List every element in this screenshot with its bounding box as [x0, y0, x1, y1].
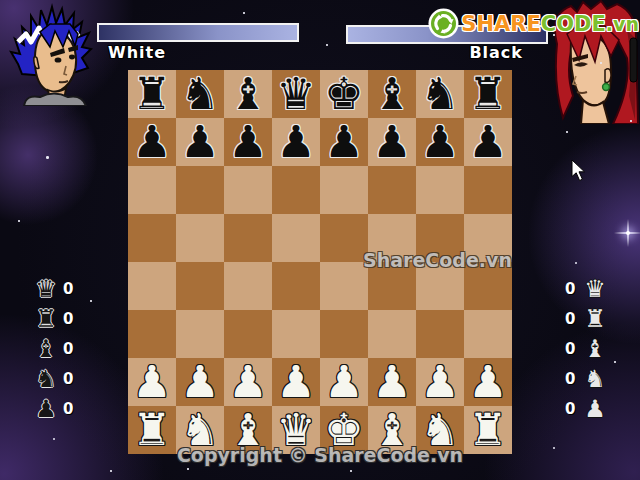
board-square[interactable] [272, 310, 320, 358]
captured-row: 0♛ [565, 274, 609, 304]
captured-count: 0 [565, 400, 577, 418]
piece-black-pawn[interactable]: ♟ [420, 118, 459, 166]
background-star [110, 470, 112, 472]
captured-row: ♟0 [32, 394, 73, 424]
bishop-icon: ♝ [32, 335, 60, 363]
piece-black-queen[interactable]: ♛ [276, 70, 315, 118]
captured-count: 0 [63, 400, 73, 418]
captured-row: 0♝ [565, 334, 609, 364]
white-player-label: White [108, 43, 166, 62]
captured-count: 0 [63, 340, 73, 358]
board-square[interactable] [416, 310, 464, 358]
background-star [53, 438, 55, 440]
board-square[interactable]: ♟ [464, 118, 512, 166]
captured-row: ♞0 [32, 364, 73, 394]
board-square[interactable] [320, 214, 368, 262]
board-square[interactable]: ♟ [320, 118, 368, 166]
captured-count: 0 [565, 310, 577, 328]
board-square[interactable] [368, 310, 416, 358]
captured-count: 0 [565, 280, 577, 298]
piece-black-pawn[interactable]: ♟ [468, 118, 507, 166]
board-square[interactable]: ♟ [272, 358, 320, 406]
background-star [90, 300, 92, 302]
board-square[interactable] [272, 262, 320, 310]
captured-count: 0 [63, 280, 73, 298]
background-star [600, 62, 602, 64]
board-square[interactable]: ♜ [464, 70, 512, 118]
game-stage: White Black SHARECODE.vn ♜♞♝♛♚♝♞♜♟♟♟♟♟♟♟… [0, 0, 640, 480]
captured-row: ♛0 [32, 274, 73, 304]
background-star [46, 156, 49, 159]
knight-icon: ♞ [32, 365, 60, 393]
piece-black-rook[interactable]: ♜ [468, 70, 507, 118]
piece-black-bishop[interactable]: ♝ [228, 70, 267, 118]
board-square[interactable]: ♟ [128, 358, 176, 406]
captured-count: 0 [565, 340, 577, 358]
board-square[interactable] [368, 166, 416, 214]
mouse-cursor-icon [571, 159, 587, 182]
board-square[interactable]: ♟ [272, 118, 320, 166]
piece-black-pawn[interactable]: ♟ [180, 118, 219, 166]
board-square[interactable] [128, 166, 176, 214]
recycle-circle-icon [428, 8, 459, 39]
board-square[interactable] [272, 166, 320, 214]
pawn-icon: ♟ [32, 395, 60, 423]
piece-black-pawn[interactable]: ♟ [372, 118, 411, 166]
captured-tray-right: 0♛0♜0♝0♞0♟ [565, 274, 609, 424]
board-square[interactable] [224, 262, 272, 310]
board-square[interactable]: ♟ [224, 118, 272, 166]
background-star [614, 361, 616, 363]
board-square[interactable]: ♞ [416, 70, 464, 118]
background-star [575, 262, 577, 264]
board-square[interactable] [464, 166, 512, 214]
board-square[interactable]: ♟ [176, 118, 224, 166]
sharecode-logo: SHARECODE.vn [428, 8, 639, 39]
logo-text-share: SHARE [461, 12, 540, 36]
board-square[interactable]: ♟ [464, 358, 512, 406]
board-square[interactable] [128, 214, 176, 262]
board-square[interactable] [320, 310, 368, 358]
background-star [630, 120, 632, 122]
piece-black-knight[interactable]: ♞ [420, 70, 459, 118]
board-square[interactable] [224, 214, 272, 262]
piece-white-pawn[interactable]: ♟ [420, 358, 459, 406]
captured-row: 0♜ [565, 304, 609, 334]
piece-black-knight[interactable]: ♞ [180, 70, 219, 118]
piece-white-pawn[interactable]: ♟ [276, 358, 315, 406]
piece-white-pawn[interactable]: ♟ [324, 358, 363, 406]
piece-black-bishop[interactable]: ♝ [372, 70, 411, 118]
captured-row: ♝0 [32, 334, 73, 364]
piece-black-pawn[interactable]: ♟ [132, 118, 171, 166]
board-square[interactable] [272, 214, 320, 262]
black-player-label: Black [469, 43, 523, 62]
board-square[interactable]: ♞ [176, 70, 224, 118]
board-square[interactable] [224, 166, 272, 214]
board-square[interactable] [224, 310, 272, 358]
white-hp-bar [97, 23, 299, 42]
piece-white-pawn[interactable]: ♟ [228, 358, 267, 406]
board-square[interactable]: ♝ [224, 70, 272, 118]
captured-row: ♜0 [32, 304, 73, 334]
bright-star [620, 225, 636, 241]
board-square[interactable] [320, 166, 368, 214]
piece-black-king[interactable]: ♚ [324, 70, 363, 118]
blue-hair-character-icon [6, 2, 100, 106]
piece-white-pawn[interactable]: ♟ [468, 358, 507, 406]
rook-icon: ♜ [581, 305, 609, 333]
bishop-icon: ♝ [581, 335, 609, 363]
queen-icon: ♛ [32, 275, 60, 303]
board-square[interactable]: ♛ [272, 70, 320, 118]
board-square[interactable]: ♚ [320, 70, 368, 118]
captured-count: 0 [63, 370, 73, 388]
logo-text-code: CODE [541, 12, 606, 36]
board-square[interactable]: ♟ [320, 358, 368, 406]
board-square[interactable]: ♝ [368, 70, 416, 118]
board-square[interactable] [176, 166, 224, 214]
piece-white-pawn[interactable]: ♟ [132, 358, 171, 406]
background-star [350, 470, 352, 472]
board-square[interactable] [128, 262, 176, 310]
board-watermark: ShareCode.vn [363, 249, 512, 271]
piece-black-pawn[interactable]: ♟ [324, 118, 363, 166]
piece-black-pawn[interactable]: ♟ [276, 118, 315, 166]
captured-count: 0 [63, 310, 73, 328]
board-square[interactable] [464, 310, 512, 358]
rook-icon: ♜ [32, 305, 60, 333]
piece-white-pawn[interactable]: ♟ [372, 358, 411, 406]
board-square[interactable] [176, 310, 224, 358]
board-square[interactable] [176, 214, 224, 262]
piece-white-pawn[interactable]: ♟ [180, 358, 219, 406]
queen-icon: ♛ [581, 275, 609, 303]
background-star [566, 131, 568, 133]
background-star [18, 220, 20, 222]
logo-text-domain: .vn [606, 13, 639, 35]
board-square[interactable] [176, 262, 224, 310]
white-hp-fill [99, 25, 297, 40]
background-star [243, 12, 245, 14]
captured-count: 0 [565, 370, 577, 388]
knight-icon: ♞ [581, 365, 609, 393]
board-square[interactable]: ♟ [416, 118, 464, 166]
background-star [187, 468, 189, 470]
board-square[interactable]: ♟ [176, 358, 224, 406]
board-square[interactable] [416, 166, 464, 214]
white-player-avatar [6, 2, 100, 106]
board-square[interactable]: ♟ [416, 358, 464, 406]
piece-black-pawn[interactable]: ♟ [228, 118, 267, 166]
board-square[interactable]: ♟ [128, 118, 176, 166]
copyright-text: Copyright © ShareCode.vn [0, 444, 640, 466]
background-star [326, 44, 328, 46]
pawn-icon: ♟ [581, 395, 609, 423]
board-square[interactable] [128, 310, 176, 358]
piece-black-rook[interactable]: ♜ [132, 70, 171, 118]
board-square[interactable]: ♜ [128, 70, 176, 118]
captured-row: 0♟ [565, 394, 609, 424]
captured-tray-left: ♛0♜0♝0♞0♟0 [32, 274, 73, 424]
board-square[interactable] [320, 262, 368, 310]
board-square[interactable]: ♟ [368, 358, 416, 406]
board-square[interactable]: ♟ [368, 118, 416, 166]
captured-row: 0♞ [565, 364, 609, 394]
board-square[interactable]: ♟ [224, 358, 272, 406]
